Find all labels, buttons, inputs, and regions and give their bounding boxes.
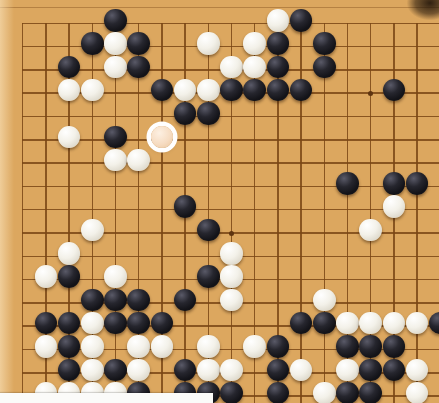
stone-black[interactable] [243, 79, 266, 102]
stone-black[interactable] [197, 102, 220, 125]
stone-black[interactable] [313, 56, 336, 79]
stone-black[interactable] [151, 79, 174, 102]
stone-white[interactable] [220, 56, 243, 79]
stone-white[interactable] [290, 359, 313, 382]
stone-black[interactable] [197, 219, 220, 242]
stone-black[interactable] [174, 289, 197, 312]
bottom-ui-bar [0, 393, 213, 403]
stone-black[interactable] [267, 382, 290, 403]
stone-white[interactable] [81, 359, 104, 382]
stone-black[interactable] [383, 335, 406, 358]
stone-black[interactable] [127, 56, 150, 79]
stone-white[interactable] [313, 289, 336, 312]
grid-line-vertical-0 [22, 23, 24, 403]
stone-black[interactable] [429, 312, 439, 335]
stone-white[interactable] [383, 312, 406, 335]
stone-black[interactable] [58, 312, 81, 335]
stone-white[interactable] [151, 335, 174, 358]
board-left-edge-highlight [0, 0, 14, 403]
stone-black[interactable] [58, 335, 81, 358]
stone-white[interactable] [267, 9, 290, 32]
grid-line-horizontal-0 [22, 23, 439, 25]
stone-white[interactable] [127, 359, 150, 382]
stone-black[interactable] [220, 382, 243, 403]
stone-white[interactable] [58, 242, 81, 265]
grid-line-horizontal-5 [22, 139, 439, 141]
stone-black[interactable] [336, 382, 359, 403]
stone-black[interactable] [151, 312, 174, 335]
stone-black[interactable] [406, 172, 429, 195]
stone-black[interactable] [313, 312, 336, 335]
stone-black[interactable] [127, 289, 150, 312]
stone-white[interactable] [313, 382, 336, 403]
stone-black[interactable] [267, 79, 290, 102]
stone-white[interactable] [336, 312, 359, 335]
stone-black[interactable] [104, 359, 127, 382]
stone-white[interactable] [220, 359, 243, 382]
stone-black[interactable] [313, 32, 336, 55]
stone-black[interactable] [197, 265, 220, 288]
board-top-edge-line [0, 7, 439, 8]
stone-white[interactable] [197, 335, 220, 358]
corner-vignette [407, 0, 439, 20]
stone-white[interactable] [336, 359, 359, 382]
stone-white[interactable] [406, 382, 429, 403]
stone-white-last-move-marked[interactable] [151, 126, 174, 149]
go-board[interactable] [0, 0, 439, 403]
stone-black[interactable] [58, 265, 81, 288]
stone-white[interactable] [81, 335, 104, 358]
stone-white[interactable] [81, 79, 104, 102]
stone-black[interactable] [104, 9, 127, 32]
grid-line-horizontal-8 [22, 209, 439, 211]
stone-white[interactable] [359, 312, 382, 335]
stone-black[interactable] [174, 102, 197, 125]
stone-black[interactable] [104, 126, 127, 149]
stone-black[interactable] [383, 79, 406, 102]
stone-white[interactable] [104, 32, 127, 55]
stone-black[interactable] [267, 56, 290, 79]
stone-white[interactable] [81, 219, 104, 242]
stone-black[interactable] [58, 56, 81, 79]
grid-line-horizontal-6 [22, 162, 439, 164]
stone-white[interactable] [243, 56, 266, 79]
stone-black[interactable] [290, 312, 313, 335]
stone-black[interactable] [174, 195, 197, 218]
stone-white[interactable] [104, 149, 127, 172]
stone-black[interactable] [336, 172, 359, 195]
stone-white[interactable] [174, 79, 197, 102]
stone-black[interactable] [336, 335, 359, 358]
stone-black[interactable] [290, 79, 313, 102]
stone-black[interactable] [104, 312, 127, 335]
stone-white[interactable] [220, 242, 243, 265]
stone-black[interactable] [290, 9, 313, 32]
stone-white[interactable] [406, 312, 429, 335]
stone-white[interactable] [35, 265, 58, 288]
stone-white[interactable] [243, 32, 266, 55]
stone-black[interactable] [383, 359, 406, 382]
stone-white[interactable] [243, 335, 266, 358]
stone-black[interactable] [220, 79, 243, 102]
stone-black[interactable] [81, 32, 104, 55]
stone-black[interactable] [81, 289, 104, 312]
stone-black[interactable] [127, 312, 150, 335]
stone-black[interactable] [359, 359, 382, 382]
stone-white[interactable] [220, 289, 243, 312]
stone-black[interactable] [174, 359, 197, 382]
stone-white[interactable] [220, 265, 243, 288]
stone-black[interactable] [35, 312, 58, 335]
stone-black[interactable] [127, 32, 150, 55]
grid-line-horizontal-7 [22, 186, 439, 188]
stone-black[interactable] [267, 359, 290, 382]
stone-white[interactable] [359, 219, 382, 242]
stone-black[interactable] [267, 335, 290, 358]
stone-black[interactable] [359, 382, 382, 403]
stone-white[interactable] [81, 312, 104, 335]
grid-line-vertical-13 [324, 23, 326, 403]
stone-white[interactable] [104, 56, 127, 79]
stone-white[interactable] [383, 195, 406, 218]
stone-black[interactable] [383, 172, 406, 195]
stone-white[interactable] [104, 265, 127, 288]
grid-line-horizontal-4 [22, 116, 439, 118]
grid-line-vertical-17 [416, 23, 418, 403]
hoshi-point [368, 91, 373, 96]
stone-black[interactable] [58, 359, 81, 382]
stone-white[interactable] [406, 359, 429, 382]
grid-line-vertical-4 [115, 23, 117, 403]
stone-white[interactable] [58, 126, 81, 149]
stone-black[interactable] [267, 32, 290, 55]
stone-black[interactable] [104, 289, 127, 312]
stone-white[interactable] [197, 359, 220, 382]
stone-white[interactable] [197, 32, 220, 55]
stone-white[interactable] [127, 335, 150, 358]
stone-white[interactable] [35, 335, 58, 358]
stone-white[interactable] [197, 79, 220, 102]
hoshi-point [229, 231, 234, 236]
stone-white[interactable] [127, 149, 150, 172]
stone-black[interactable] [359, 335, 382, 358]
stone-white[interactable] [58, 79, 81, 102]
